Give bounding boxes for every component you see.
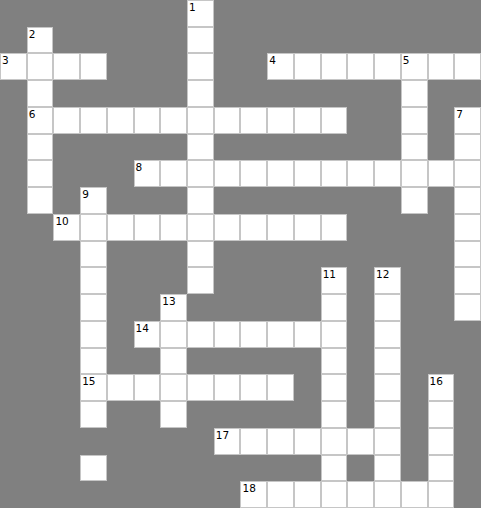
cell-r16-c11[interactable]	[294, 428, 321, 455]
cell-r2-c15[interactable]: 5	[401, 53, 428, 80]
cell-r12-c7[interactable]	[187, 321, 214, 348]
cell-r6-c11[interactable]	[294, 160, 321, 187]
cell-r4-c7[interactable]	[187, 107, 214, 134]
cell-r6-c14[interactable]	[374, 160, 401, 187]
cell-r3-c7[interactable]	[187, 80, 214, 107]
cell-r12-c10[interactable]	[267, 321, 294, 348]
clue-number-4: 4	[269, 54, 276, 66]
cell-r14-c12[interactable]	[321, 374, 348, 401]
clue-number-14: 14	[136, 322, 149, 334]
cell-r8-c10[interactable]	[267, 214, 294, 241]
cell-r14-c16[interactable]: 16	[428, 374, 455, 401]
cell-r12-c3[interactable]	[80, 321, 107, 348]
cell-r11-c14[interactable]	[374, 294, 401, 321]
cell-r8-c2[interactable]: 10	[53, 214, 80, 241]
cell-r4-c9[interactable]	[240, 107, 267, 134]
clue-number-3: 3	[2, 54, 9, 66]
cell-r13-c12[interactable]	[321, 348, 348, 375]
cell-r10-c14[interactable]: 12	[374, 267, 401, 294]
cell-r4-c10[interactable]	[267, 107, 294, 134]
clue-number-5: 5	[403, 54, 410, 66]
cell-r11-c6[interactable]: 13	[160, 294, 187, 321]
cell-r6-c6[interactable]	[160, 160, 187, 187]
clue-number-16: 16	[430, 375, 443, 387]
cell-r11-c3[interactable]	[80, 294, 107, 321]
cell-r6-c17[interactable]	[454, 160, 481, 187]
clue-number-10: 10	[55, 215, 68, 227]
clue-number-17: 17	[216, 429, 229, 441]
crossword-board: 123456789101112131415161718	[0, 0, 481, 508]
cell-r18-c12[interactable]	[321, 481, 348, 508]
cell-r8-c17[interactable]	[454, 214, 481, 241]
cell-r15-c14[interactable]	[374, 401, 401, 428]
cell-r14-c10[interactable]	[267, 374, 294, 401]
clue-number-7: 7	[456, 108, 463, 120]
cell-r12-c12[interactable]	[321, 321, 348, 348]
cell-r2-c14[interactable]	[374, 53, 401, 80]
cell-r1-c7[interactable]	[187, 27, 214, 54]
cell-r14-c14[interactable]	[374, 374, 401, 401]
cell-r12-c14[interactable]	[374, 321, 401, 348]
cell-r14-c7[interactable]	[187, 374, 214, 401]
cell-r18-c9[interactable]: 18	[240, 481, 267, 508]
clue-number-15: 15	[82, 375, 95, 387]
cell-r17-c3[interactable]	[80, 455, 107, 482]
cell-r15-c16[interactable]	[428, 401, 455, 428]
clue-number-2: 2	[29, 28, 36, 40]
cell-r4-c8[interactable]	[214, 107, 241, 134]
clue-number-6: 6	[29, 108, 36, 120]
cell-r8-c12[interactable]	[321, 214, 348, 241]
cell-r18-c11[interactable]	[294, 481, 321, 508]
cell-r7-c15[interactable]	[401, 187, 428, 214]
cell-r16-c16[interactable]	[428, 428, 455, 455]
cell-r0-c7[interactable]: 1	[187, 0, 214, 27]
cell-r8-c4[interactable]	[107, 214, 134, 241]
cell-r18-c15[interactable]	[401, 481, 428, 508]
cell-r4-c5[interactable]	[134, 107, 161, 134]
cell-r15-c6[interactable]	[160, 401, 187, 428]
cell-r7-c1[interactable]	[27, 187, 54, 214]
cell-r2-c13[interactable]	[347, 53, 374, 80]
clue-number-13: 13	[162, 295, 175, 307]
cell-r2-c10[interactable]: 4	[267, 53, 294, 80]
cell-r18-c13[interactable]	[347, 481, 374, 508]
cell-r14-c3[interactable]: 15	[80, 374, 107, 401]
cell-r6-c7[interactable]	[187, 160, 214, 187]
cell-r14-c4[interactable]	[107, 374, 134, 401]
clue-number-8: 8	[136, 161, 143, 173]
cell-r9-c3[interactable]	[80, 241, 107, 268]
cell-r6-c13[interactable]	[347, 160, 374, 187]
cell-r2-c2[interactable]	[53, 53, 80, 80]
cell-r16-c10[interactable]	[267, 428, 294, 455]
cell-r14-c5[interactable]	[134, 374, 161, 401]
cell-r6-c1[interactable]	[27, 160, 54, 187]
cell-r2-c17[interactable]	[454, 53, 481, 80]
cell-r16-c8[interactable]: 17	[214, 428, 241, 455]
cell-r7-c3[interactable]: 9	[80, 187, 107, 214]
clue-number-18: 18	[242, 482, 255, 494]
cell-r4-c6[interactable]	[160, 107, 187, 134]
cell-r5-c1[interactable]	[27, 134, 54, 161]
cell-r8-c11[interactable]	[294, 214, 321, 241]
cell-r2-c0[interactable]: 3	[0, 53, 27, 80]
cell-r17-c12[interactable]	[321, 455, 348, 482]
cell-r6-c5[interactable]: 8	[134, 160, 161, 187]
cell-r12-c6[interactable]	[160, 321, 187, 348]
cell-r16-c14[interactable]	[374, 428, 401, 455]
cell-r13-c3[interactable]	[80, 348, 107, 375]
cell-r2-c1[interactable]	[27, 53, 54, 80]
cell-r8-c7[interactable]	[187, 214, 214, 241]
cell-r6-c15[interactable]	[401, 160, 428, 187]
cell-r4-c12[interactable]	[321, 107, 348, 134]
cell-r2-c7[interactable]	[187, 53, 214, 80]
cell-r18-c16[interactable]	[428, 481, 455, 508]
cell-r11-c12[interactable]	[321, 294, 348, 321]
cell-r12-c11[interactable]	[294, 321, 321, 348]
cell-r3-c15[interactable]	[401, 80, 428, 107]
cell-r12-c5[interactable]: 14	[134, 321, 161, 348]
cell-r4-c2[interactable]	[53, 107, 80, 134]
cell-r15-c12[interactable]	[321, 401, 348, 428]
cell-r17-c16[interactable]	[428, 455, 455, 482]
cell-r18-c10[interactable]	[267, 481, 294, 508]
cell-r8-c5[interactable]	[134, 214, 161, 241]
cell-r1-c1[interactable]: 2	[27, 27, 54, 54]
cell-r2-c12[interactable]	[321, 53, 348, 80]
cell-r4-c3[interactable]	[80, 107, 107, 134]
cell-r2-c3[interactable]	[80, 53, 107, 80]
cell-r13-c14[interactable]	[374, 348, 401, 375]
cell-r10-c7[interactable]	[187, 267, 214, 294]
clue-number-1: 1	[189, 1, 196, 13]
clue-number-11: 11	[323, 268, 336, 280]
cell-r8-c8[interactable]	[214, 214, 241, 241]
clue-number-9: 9	[82, 188, 89, 200]
cell-r10-c17[interactable]	[454, 267, 481, 294]
cell-r5-c17[interactable]	[454, 134, 481, 161]
cell-r4-c15[interactable]	[401, 107, 428, 134]
cell-r2-c16[interactable]	[428, 53, 455, 80]
cell-r8-c9[interactable]	[240, 214, 267, 241]
cell-r4-c11[interactable]	[294, 107, 321, 134]
cell-r6-c12[interactable]	[321, 160, 348, 187]
cell-r4-c1[interactable]: 6	[27, 107, 54, 134]
cell-r3-c1[interactable]	[27, 80, 54, 107]
cell-r14-c8[interactable]	[214, 374, 241, 401]
cell-r7-c17[interactable]	[454, 187, 481, 214]
cell-r14-c9[interactable]	[240, 374, 267, 401]
cell-r7-c7[interactable]	[187, 187, 214, 214]
cell-r13-c6[interactable]	[160, 348, 187, 375]
cell-r12-c8[interactable]	[214, 321, 241, 348]
cell-r16-c13[interactable]	[347, 428, 374, 455]
cell-r15-c3[interactable]	[80, 401, 107, 428]
cell-r6-c8[interactable]	[214, 160, 241, 187]
cell-r9-c17[interactable]	[454, 241, 481, 268]
cell-r4-c17[interactable]: 7	[454, 107, 481, 134]
cell-r18-c14[interactable]	[374, 481, 401, 508]
clue-number-12: 12	[376, 268, 389, 280]
cell-r5-c15[interactable]	[401, 134, 428, 161]
cell-r8-c6[interactable]	[160, 214, 187, 241]
cell-r6-c10[interactable]	[267, 160, 294, 187]
cell-r5-c7[interactable]	[187, 134, 214, 161]
cell-r16-c9[interactable]	[240, 428, 267, 455]
cell-r6-c16[interactable]	[428, 160, 455, 187]
cell-r4-c4[interactable]	[107, 107, 134, 134]
cell-r10-c12[interactable]: 11	[321, 267, 348, 294]
cell-r17-c14[interactable]	[374, 455, 401, 482]
cell-r11-c17[interactable]	[454, 294, 481, 321]
cell-r2-c11[interactable]	[294, 53, 321, 80]
cell-r10-c3[interactable]	[80, 267, 107, 294]
cell-r12-c9[interactable]	[240, 321, 267, 348]
cell-r8-c3[interactable]	[80, 214, 107, 241]
cell-r9-c7[interactable]	[187, 241, 214, 268]
cell-r14-c6[interactable]	[160, 374, 187, 401]
cell-r6-c9[interactable]	[240, 160, 267, 187]
cell-r16-c12[interactable]	[321, 428, 348, 455]
